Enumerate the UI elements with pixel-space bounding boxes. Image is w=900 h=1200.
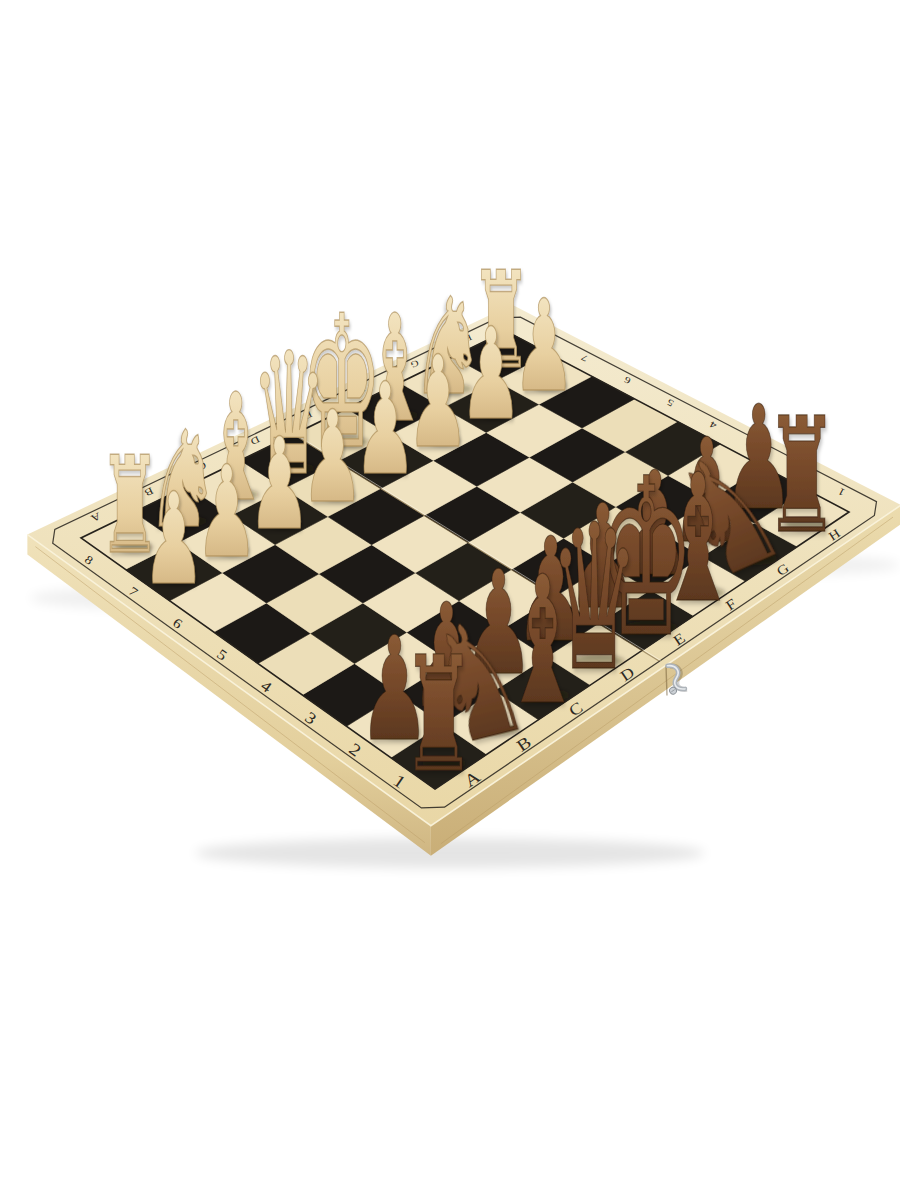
board-scene: 12345678ABCDEFGH12345678ABCDEFGH♜♟♞♟♝♟♚♛… [0,0,900,1200]
piece-dark-rook-a1: ♜ [402,622,476,808]
piece-light-pawn-a7: ♟ [142,466,206,613]
chess-set-photo: 12345678ABCDEFGH12345678ABCDEFGH♜♟♞♟♝♟♚♛… [0,0,900,1200]
ground-shadow-front [195,838,705,868]
